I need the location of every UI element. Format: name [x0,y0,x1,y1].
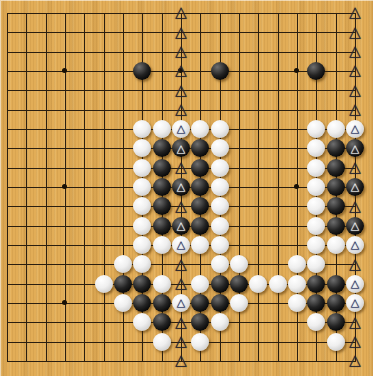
board-point[interactable] [75,332,94,351]
board-point[interactable] [75,81,94,100]
board-point[interactable]: △ [171,81,190,100]
board-point[interactable]: △ [171,42,190,61]
board-point[interactable] [210,100,229,119]
board-point[interactable] [210,197,229,216]
board-point[interactable] [307,23,326,42]
board-point[interactable] [191,332,210,351]
board-point[interactable] [17,332,36,351]
board-point[interactable] [268,293,287,312]
board-point[interactable] [210,351,229,370]
board-point[interactable]: △ [171,3,190,22]
board-point[interactable] [55,100,74,119]
board-point[interactable] [191,197,210,216]
board-point[interactable] [75,235,94,254]
board-point[interactable] [287,293,306,312]
board-point[interactable] [0,197,17,216]
board-point[interactable] [326,177,345,196]
board-point[interactable] [268,216,287,235]
board-point[interactable] [17,293,36,312]
board-point[interactable]: △ [171,351,190,370]
board-point[interactable] [55,197,74,216]
board-point[interactable] [75,3,94,22]
board-point[interactable] [210,255,229,274]
board-point[interactable] [249,216,268,235]
board-point[interactable] [94,100,113,119]
board-point[interactable] [249,61,268,80]
board-point[interactable] [0,61,17,80]
board-point[interactable] [152,61,171,80]
board-point[interactable] [0,255,17,274]
board-point[interactable] [75,177,94,196]
board-point[interactable] [191,81,210,100]
board-point[interactable] [287,197,306,216]
board-point[interactable] [210,119,229,138]
board-point[interactable] [94,255,113,274]
board-point[interactable] [249,197,268,216]
board-point[interactable] [326,351,345,370]
board-point[interactable] [287,23,306,42]
board-point[interactable] [268,197,287,216]
board-point[interactable] [55,42,74,61]
board-point[interactable] [133,42,152,61]
board-point[interactable] [249,255,268,274]
board-point[interactable] [326,100,345,119]
board-point[interactable]: △ [171,235,190,254]
board-point[interactable] [229,216,248,235]
board-point[interactable] [229,197,248,216]
board-point[interactable] [36,235,55,254]
board-point[interactable] [94,158,113,177]
board-point[interactable]: △ [171,100,190,119]
board-point[interactable] [287,274,306,293]
board-point[interactable] [0,100,17,119]
board-point[interactable] [229,23,248,42]
board-point[interactable] [326,119,345,138]
board-point[interactable]: △ [345,139,364,158]
board-point[interactable] [287,139,306,158]
board-point[interactable] [152,100,171,119]
board-point[interactable] [133,158,152,177]
board-point[interactable] [36,158,55,177]
board-point[interactable]: △ [171,197,190,216]
board-point[interactable] [17,274,36,293]
board-point[interactable] [133,139,152,158]
board-point[interactable] [268,332,287,351]
board-point[interactable]: △ [345,197,364,216]
board-point[interactable]: △ [345,23,364,42]
board-point[interactable] [287,61,306,80]
board-point[interactable] [229,81,248,100]
board-point[interactable] [191,42,210,61]
board-point[interactable] [152,3,171,22]
board-point[interactable] [36,313,55,332]
board-point[interactable]: △ [345,42,364,61]
board-point[interactable] [94,23,113,42]
board-point[interactable] [113,177,132,196]
board-point[interactable] [133,293,152,312]
board-point[interactable] [94,351,113,370]
board-point[interactable] [249,42,268,61]
board-point[interactable] [152,216,171,235]
board-point[interactable] [94,42,113,61]
board-point[interactable] [55,23,74,42]
board-point[interactable] [94,197,113,216]
board-point[interactable] [191,139,210,158]
board-point[interactable] [268,235,287,254]
board-point[interactable]: △ [345,293,364,312]
board-point[interactable]: △ [171,139,190,158]
board-point[interactable] [191,119,210,138]
board-point[interactable] [133,313,152,332]
board-point[interactable] [0,274,17,293]
board-point[interactable] [36,42,55,61]
board-point[interactable] [249,313,268,332]
board-point[interactable]: △ [171,313,190,332]
board-point[interactable] [55,255,74,274]
board-point[interactable] [0,139,17,158]
board-point[interactable] [152,332,171,351]
board-point[interactable] [326,3,345,22]
board-point[interactable] [229,3,248,22]
board-point[interactable] [152,255,171,274]
board-point[interactable] [249,139,268,158]
board-point[interactable] [94,139,113,158]
board-point[interactable] [133,274,152,293]
board-point[interactable] [152,139,171,158]
board-point[interactable] [268,274,287,293]
board-point[interactable] [55,3,74,22]
board-point[interactable] [326,313,345,332]
board-point[interactable] [0,42,17,61]
board-point[interactable] [133,351,152,370]
board-point[interactable] [133,235,152,254]
board-point[interactable] [75,100,94,119]
board-point[interactable] [249,177,268,196]
board-point[interactable] [307,197,326,216]
board-point[interactable] [36,61,55,80]
board-point[interactable] [152,23,171,42]
board-point[interactable] [113,313,132,332]
board-point[interactable] [0,177,17,196]
board-point[interactable] [133,255,152,274]
board-point[interactable] [268,100,287,119]
board-point[interactable] [191,3,210,22]
board-point[interactable] [94,3,113,22]
board-point[interactable]: △ [345,3,364,22]
board-point[interactable] [152,274,171,293]
board-point[interactable] [229,293,248,312]
board-point[interactable] [210,332,229,351]
board-point[interactable] [133,100,152,119]
board-point[interactable] [268,81,287,100]
board-point[interactable] [307,81,326,100]
board-point[interactable] [229,139,248,158]
board-point[interactable] [326,42,345,61]
board-point[interactable] [36,23,55,42]
board-point[interactable] [249,81,268,100]
board-point[interactable] [307,119,326,138]
board-point[interactable] [55,61,74,80]
board-point[interactable] [152,313,171,332]
board-point[interactable] [229,274,248,293]
board-point[interactable] [268,42,287,61]
board-point[interactable] [75,313,94,332]
board-point[interactable] [307,3,326,22]
board-point[interactable] [287,177,306,196]
board-point[interactable] [17,81,36,100]
board-point[interactable] [75,216,94,235]
board-point[interactable] [133,119,152,138]
board-point[interactable] [268,313,287,332]
board-point[interactable] [326,293,345,312]
board-point[interactable] [17,197,36,216]
board-point[interactable] [229,119,248,138]
board-point[interactable] [133,23,152,42]
board-point[interactable] [113,139,132,158]
board-point[interactable] [55,158,74,177]
board-point[interactable]: △ [171,61,190,80]
board-point[interactable] [75,61,94,80]
board-point[interactable] [94,81,113,100]
board-point[interactable] [210,23,229,42]
board-point[interactable] [249,274,268,293]
board-point[interactable] [268,255,287,274]
board-point[interactable]: △ [171,119,190,138]
board-point[interactable] [55,139,74,158]
board-point[interactable]: △ [345,216,364,235]
board-point[interactable] [191,216,210,235]
board-point[interactable] [0,158,17,177]
board-point[interactable] [36,139,55,158]
board-point[interactable] [0,3,17,22]
board-point[interactable]: △ [345,158,364,177]
board-point[interactable] [191,255,210,274]
board-point[interactable] [113,235,132,254]
board-point[interactable] [0,119,17,138]
board-point[interactable] [249,23,268,42]
board-point[interactable] [307,235,326,254]
board-point[interactable] [191,293,210,312]
board-point[interactable] [152,293,171,312]
board-point[interactable] [133,216,152,235]
board-point[interactable] [113,293,132,312]
board-point[interactable] [36,81,55,100]
board-point[interactable] [75,351,94,370]
board-point[interactable] [307,100,326,119]
board-point[interactable] [191,100,210,119]
board-point[interactable] [210,42,229,61]
board-point[interactable] [75,119,94,138]
board-point[interactable] [307,313,326,332]
board-point[interactable] [191,351,210,370]
board-point[interactable] [229,177,248,196]
board-point[interactable] [75,293,94,312]
board-point[interactable] [287,100,306,119]
board-point[interactable]: △ [171,332,190,351]
board-point[interactable] [17,313,36,332]
board-point[interactable] [94,293,113,312]
board-point[interactable] [36,100,55,119]
board-point[interactable] [191,177,210,196]
board-point[interactable]: △ [345,119,364,138]
board-point[interactable] [307,274,326,293]
board-point[interactable] [113,351,132,370]
board-point[interactable] [326,274,345,293]
board-point[interactable] [307,332,326,351]
board-point[interactable] [0,23,17,42]
board-point[interactable] [326,139,345,158]
board-point[interactable] [133,177,152,196]
board-point[interactable]: △ [171,274,190,293]
board-point[interactable] [133,81,152,100]
board-point[interactable] [210,139,229,158]
board-point[interactable] [75,255,94,274]
board-point[interactable] [113,3,132,22]
board-point[interactable] [249,100,268,119]
board-point[interactable] [307,216,326,235]
board-point[interactable] [229,100,248,119]
board-point[interactable] [326,23,345,42]
board-point[interactable] [307,158,326,177]
board-point[interactable] [268,23,287,42]
board-point[interactable] [113,23,132,42]
board-point[interactable] [94,332,113,351]
board-point[interactable] [326,216,345,235]
board-point[interactable] [17,61,36,80]
board-point[interactable] [287,158,306,177]
board-point[interactable] [17,100,36,119]
board-point[interactable] [210,177,229,196]
board-point[interactable] [152,235,171,254]
board-point[interactable] [268,158,287,177]
board-point[interactable] [326,197,345,216]
board-point[interactable] [249,3,268,22]
board-point[interactable] [210,61,229,80]
board-point[interactable] [55,332,74,351]
board-point[interactable] [75,139,94,158]
board-point[interactable] [229,42,248,61]
board-point[interactable] [287,216,306,235]
board-point[interactable] [55,81,74,100]
board-point[interactable] [0,81,17,100]
board-point[interactable]: △ [345,332,364,351]
board-point[interactable] [113,197,132,216]
board-point[interactable]: △ [171,177,190,196]
board-point[interactable] [36,3,55,22]
board-point[interactable] [113,61,132,80]
board-point[interactable] [191,274,210,293]
board-point[interactable] [287,3,306,22]
board-point[interactable] [249,351,268,370]
board-point[interactable] [0,332,17,351]
board-point[interactable] [268,3,287,22]
board-point[interactable] [36,255,55,274]
board-point[interactable] [133,3,152,22]
board-point[interactable] [17,216,36,235]
board-point[interactable] [268,351,287,370]
board-point[interactable] [307,61,326,80]
board-point[interactable] [75,197,94,216]
board-point[interactable] [307,139,326,158]
board-point[interactable] [17,235,36,254]
board-point[interactable] [210,235,229,254]
board-point[interactable] [17,42,36,61]
board-point[interactable] [75,23,94,42]
board-point[interactable]: △ [171,255,190,274]
board-point[interactable] [229,235,248,254]
board-point[interactable]: △ [345,61,364,80]
board-point[interactable] [287,255,306,274]
board-point[interactable] [75,42,94,61]
board-point[interactable]: △ [345,81,364,100]
board-point[interactable] [287,81,306,100]
board-point[interactable] [55,235,74,254]
board-point[interactable]: △ [345,274,364,293]
board-point[interactable] [36,197,55,216]
board-point[interactable] [191,158,210,177]
board-point[interactable]: △ [345,100,364,119]
board-point[interactable] [210,158,229,177]
board-point[interactable] [287,351,306,370]
board-point[interactable] [268,61,287,80]
board-point[interactable] [229,255,248,274]
board-point[interactable] [210,216,229,235]
board-point[interactable] [249,293,268,312]
board-point[interactable] [17,3,36,22]
board-point[interactable] [152,81,171,100]
board-point[interactable] [326,235,345,254]
board-point[interactable]: △ [345,177,364,196]
board-point[interactable] [210,3,229,22]
board-point[interactable]: △ [171,293,190,312]
board-point[interactable] [113,42,132,61]
board-point[interactable] [75,274,94,293]
board-point[interactable] [94,119,113,138]
board-point[interactable] [36,274,55,293]
board-point[interactable] [152,197,171,216]
board-point[interactable] [268,139,287,158]
board-point[interactable] [152,158,171,177]
board-point[interactable] [113,332,132,351]
board-point[interactable] [210,274,229,293]
board-point[interactable] [191,313,210,332]
board-point[interactable] [94,313,113,332]
board-point[interactable] [268,177,287,196]
board-point[interactable]: △ [171,216,190,235]
board-point[interactable] [210,293,229,312]
board-point[interactable] [152,177,171,196]
board-point[interactable] [113,274,132,293]
board-point[interactable] [113,158,132,177]
board-point[interactable] [17,177,36,196]
board-point[interactable] [287,119,306,138]
board-point[interactable] [229,351,248,370]
board-point[interactable] [36,351,55,370]
board-point[interactable] [36,119,55,138]
board-point[interactable] [307,351,326,370]
board-point[interactable]: △ [345,313,364,332]
board-point[interactable] [133,197,152,216]
board-point[interactable] [307,177,326,196]
board-point[interactable] [55,351,74,370]
board-point[interactable] [326,255,345,274]
board-point[interactable] [210,313,229,332]
board-point[interactable] [17,139,36,158]
board-point[interactable] [133,332,152,351]
board-point[interactable] [268,119,287,138]
board-point[interactable] [113,81,132,100]
board-point[interactable] [17,255,36,274]
